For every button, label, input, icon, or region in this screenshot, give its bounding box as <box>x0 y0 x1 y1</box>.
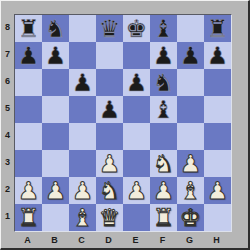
square-h8[interactable]: ♜ <box>204 15 231 42</box>
square-e8[interactable]: ♚ <box>123 15 150 42</box>
square-e6[interactable]: ♟ <box>123 69 150 96</box>
black-pawn[interactable]: ♟ <box>123 69 150 96</box>
square-f5[interactable]: ♝ <box>150 96 177 123</box>
rank-label-8: 8 <box>1 14 14 41</box>
white-pawn[interactable]: ♟ <box>123 177 150 204</box>
square-d4[interactable] <box>96 123 123 150</box>
file-label-h: H <box>203 233 230 248</box>
square-f8[interactable]: ♝ <box>150 15 177 42</box>
square-a5[interactable] <box>15 96 42 123</box>
square-g6[interactable] <box>177 69 204 96</box>
rank-label-6: 6 <box>1 68 14 95</box>
square-f1[interactable]: ♜ <box>150 204 177 231</box>
square-a7[interactable]: ♟ <box>15 42 42 69</box>
square-b5[interactable] <box>42 96 69 123</box>
white-king[interactable]: ♚ <box>177 204 204 231</box>
square-h7[interactable]: ♟ <box>204 42 231 69</box>
square-b2[interactable]: ♟ <box>42 177 69 204</box>
square-d5[interactable]: ♟ <box>96 96 123 123</box>
square-a3[interactable] <box>15 150 42 177</box>
square-f4[interactable] <box>150 123 177 150</box>
file-label-a: A <box>14 233 41 248</box>
square-h2[interactable]: ♟ <box>204 177 231 204</box>
square-h4[interactable] <box>204 123 231 150</box>
square-g7[interactable]: ♟ <box>177 42 204 69</box>
white-pawn[interactable]: ♟ <box>96 150 123 177</box>
square-a8[interactable]: ♜ <box>15 15 42 42</box>
black-pawn[interactable]: ♟ <box>204 42 231 69</box>
white-rook[interactable]: ♜ <box>150 204 177 231</box>
square-c2[interactable]: ♟ <box>69 177 96 204</box>
black-rook[interactable]: ♜ <box>204 15 231 42</box>
square-f6[interactable]: ♞ <box>150 69 177 96</box>
black-pawn[interactable]: ♟ <box>150 42 177 69</box>
black-knight[interactable]: ♞ <box>42 15 69 42</box>
square-c1[interactable]: ♝ <box>69 204 96 231</box>
square-e5[interactable] <box>123 96 150 123</box>
square-d1[interactable]: ♛ <box>96 204 123 231</box>
chessboard-frame: ♜♞♛♚♝♜♟♟♟♟♟♟♟♞♟♝♟♞♟♟♟♟♞♟♟♝♟♜♝♛♜♚ 8765432… <box>0 0 250 250</box>
rank-label-4: 4 <box>1 122 14 149</box>
white-rook[interactable]: ♜ <box>15 204 42 231</box>
white-pawn[interactable]: ♟ <box>177 150 204 177</box>
black-pawn[interactable]: ♟ <box>15 42 42 69</box>
square-g3[interactable]: ♟ <box>177 150 204 177</box>
white-pawn[interactable]: ♟ <box>15 177 42 204</box>
square-f2[interactable]: ♟ <box>150 177 177 204</box>
rank-label-3: 3 <box>1 149 14 176</box>
square-g4[interactable] <box>177 123 204 150</box>
square-e4[interactable] <box>123 123 150 150</box>
square-d8[interactable]: ♛ <box>96 15 123 42</box>
square-h5[interactable] <box>204 96 231 123</box>
white-bishop[interactable]: ♝ <box>69 204 96 231</box>
square-h6[interactable] <box>204 69 231 96</box>
black-bishop[interactable]: ♝ <box>150 15 177 42</box>
square-b1[interactable] <box>42 204 69 231</box>
file-label-d: D <box>95 233 122 248</box>
file-label-b: B <box>41 233 68 248</box>
white-knight[interactable]: ♞ <box>150 150 177 177</box>
rank-label-1: 1 <box>1 203 14 230</box>
black-bishop[interactable]: ♝ <box>150 96 177 123</box>
square-f7[interactable]: ♟ <box>150 42 177 69</box>
file-label-e: E <box>122 233 149 248</box>
square-b8[interactable]: ♞ <box>42 15 69 42</box>
chess-board: ♜♞♛♚♝♜♟♟♟♟♟♟♟♞♟♝♟♞♟♟♟♟♞♟♟♝♟♜♝♛♜♚ <box>14 14 232 232</box>
square-h1[interactable] <box>204 204 231 231</box>
square-c3[interactable] <box>69 150 96 177</box>
square-d7[interactable] <box>96 42 123 69</box>
square-e7[interactable] <box>123 42 150 69</box>
white-pawn[interactable]: ♟ <box>42 177 69 204</box>
white-queen[interactable]: ♛ <box>96 204 123 231</box>
black-pawn[interactable]: ♟ <box>42 42 69 69</box>
black-pawn[interactable]: ♟ <box>177 42 204 69</box>
rank-label-7: 7 <box>1 41 14 68</box>
square-b7[interactable]: ♟ <box>42 42 69 69</box>
rank-label-2: 2 <box>1 176 14 203</box>
square-h3[interactable] <box>204 150 231 177</box>
rank-label-5: 5 <box>1 95 14 122</box>
square-a1[interactable]: ♜ <box>15 204 42 231</box>
square-a4[interactable] <box>15 123 42 150</box>
square-b3[interactable] <box>42 150 69 177</box>
file-label-f: F <box>149 233 176 248</box>
black-king[interactable]: ♚ <box>123 15 150 42</box>
square-c4[interactable] <box>69 123 96 150</box>
black-knight[interactable]: ♞ <box>150 69 177 96</box>
square-b4[interactable] <box>42 123 69 150</box>
square-g2[interactable]: ♝ <box>177 177 204 204</box>
square-e1[interactable] <box>123 204 150 231</box>
black-queen[interactable]: ♛ <box>96 15 123 42</box>
square-g8[interactable] <box>177 15 204 42</box>
white-pawn[interactable]: ♟ <box>204 177 231 204</box>
square-c6[interactable]: ♟ <box>69 69 96 96</box>
square-d3[interactable]: ♟ <box>96 150 123 177</box>
white-knight[interactable]: ♞ <box>96 177 123 204</box>
white-pawn[interactable]: ♟ <box>69 177 96 204</box>
file-label-c: C <box>68 233 95 248</box>
black-pawn[interactable]: ♟ <box>69 69 96 96</box>
square-e3[interactable] <box>123 150 150 177</box>
square-e2[interactable]: ♟ <box>123 177 150 204</box>
black-pawn[interactable]: ♟ <box>96 96 123 123</box>
square-d2[interactable]: ♞ <box>96 177 123 204</box>
square-f3[interactable]: ♞ <box>150 150 177 177</box>
square-a6[interactable] <box>15 69 42 96</box>
square-a2[interactable]: ♟ <box>15 177 42 204</box>
square-g1[interactable]: ♚ <box>177 204 204 231</box>
square-d6[interactable] <box>96 69 123 96</box>
square-b6[interactable] <box>42 69 69 96</box>
white-pawn[interactable]: ♟ <box>150 177 177 204</box>
square-c7[interactable] <box>69 42 96 69</box>
square-c5[interactable] <box>69 96 96 123</box>
white-bishop[interactable]: ♝ <box>177 177 204 204</box>
square-c8[interactable] <box>69 15 96 42</box>
square-g5[interactable] <box>177 96 204 123</box>
black-rook[interactable]: ♜ <box>15 15 42 42</box>
file-label-g: G <box>176 233 203 248</box>
